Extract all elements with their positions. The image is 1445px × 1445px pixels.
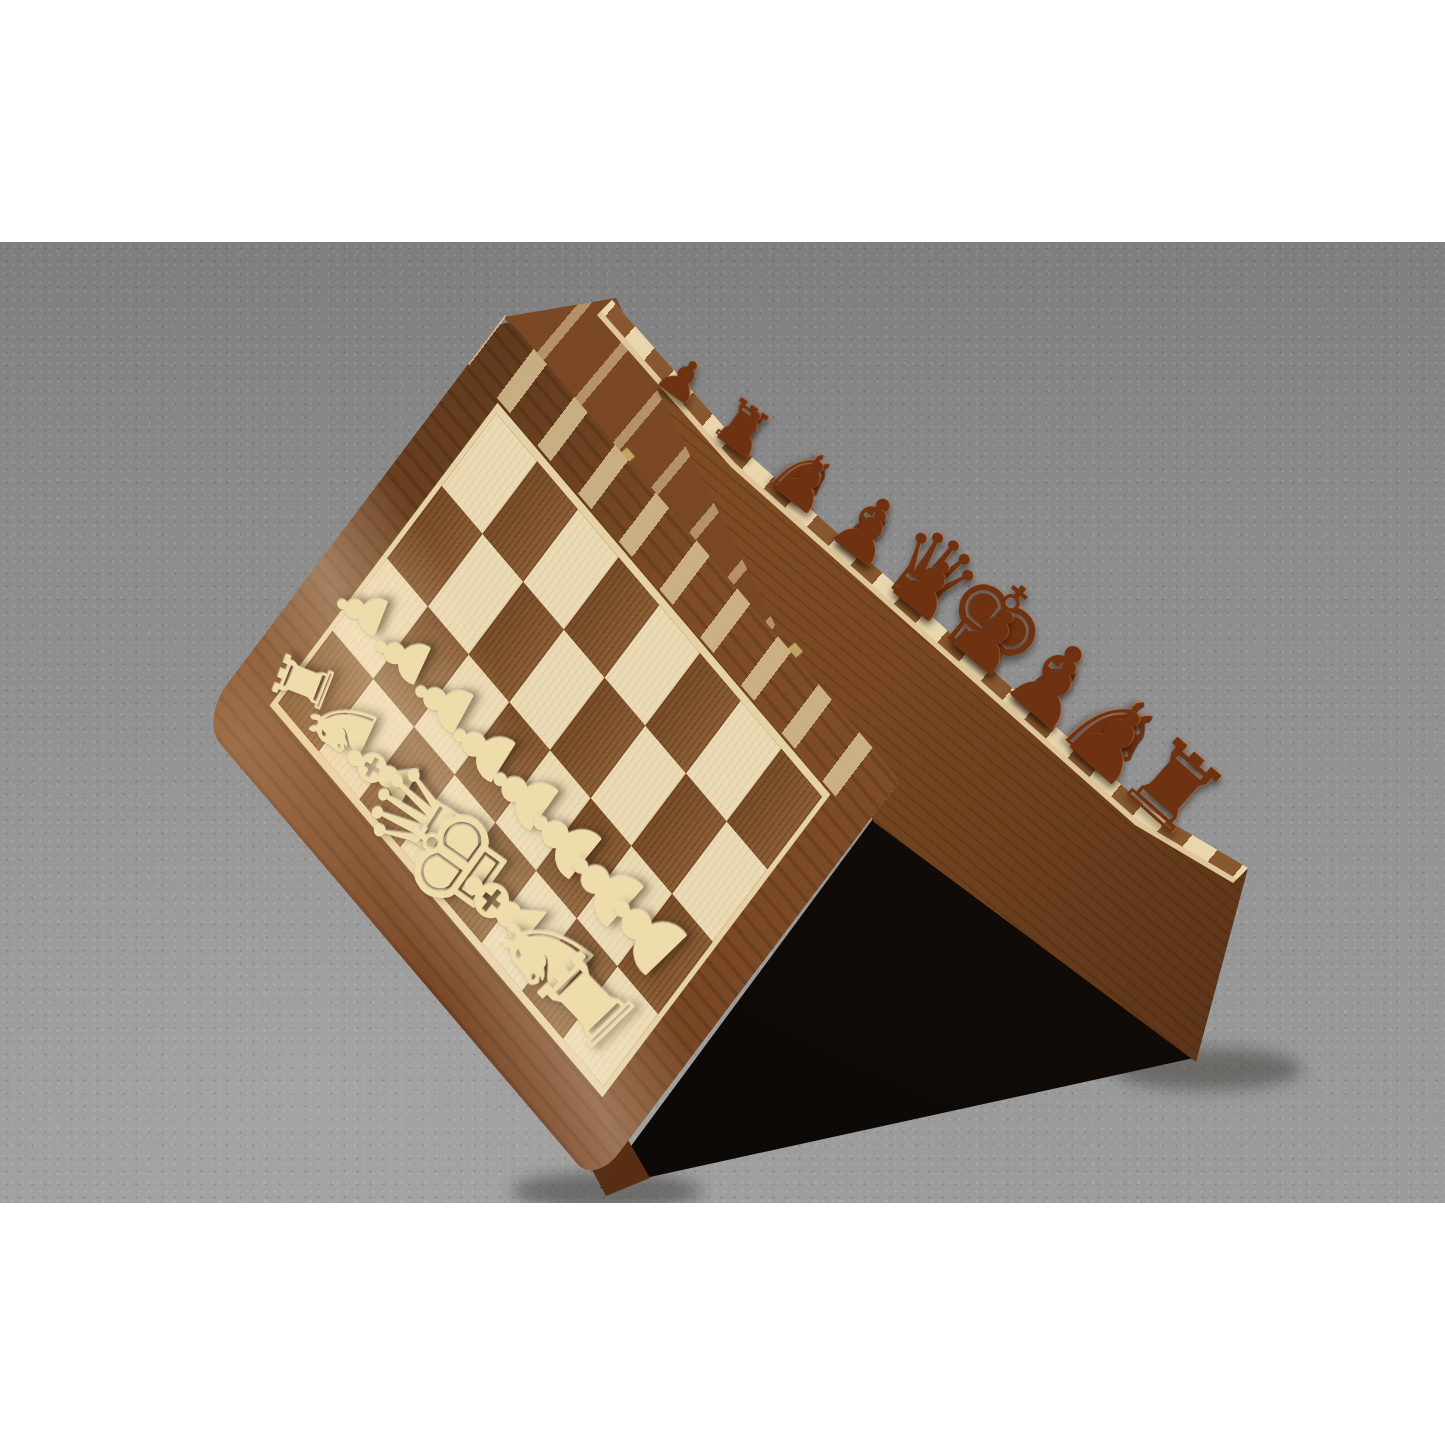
white-margin-top bbox=[0, 0, 1445, 242]
photo-scene: ♜♞♝♛♚♝♞♜♟♟♟♟♟♟♟♟ ♜♞♝♛♚♝♞♜♟♟♟♟♟♟♟♟ bbox=[0, 0, 1445, 1445]
white-margin-bottom bbox=[0, 1203, 1445, 1445]
